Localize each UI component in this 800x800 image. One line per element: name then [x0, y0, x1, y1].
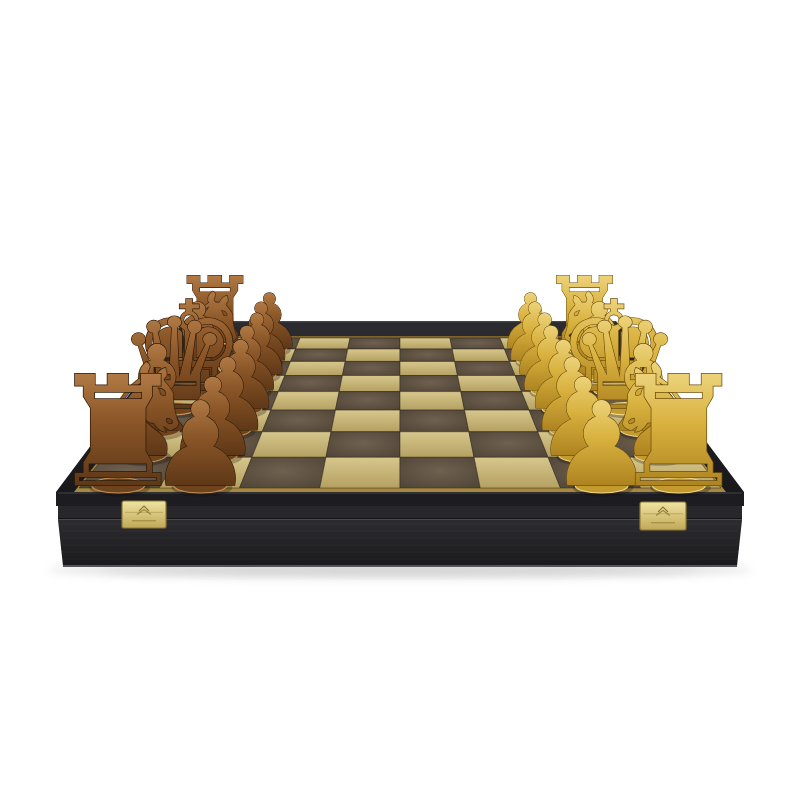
square-a5[interactable] [320, 457, 400, 488]
product-photo: ♜♟♟♜♞♟♟♞♝♟♟♝♚♟♟♚♛♟♟♛♝♟♟♝♞♟♟♞♜♟♟♜ [0, 0, 800, 800]
clasp-plate [122, 501, 166, 528]
square-b4[interactable] [400, 432, 474, 458]
square-d5[interactable] [335, 392, 400, 411]
square-g4[interactable] [400, 349, 455, 361]
square-e5[interactable] [339, 376, 400, 392]
piece-glyph: ♟ [148, 377, 252, 512]
piece-glyph: ♜ [611, 343, 748, 521]
square-b5[interactable] [326, 432, 400, 458]
piece-white-rook-a1[interactable]: ♜ [611, 343, 748, 521]
clasp-plate [640, 502, 686, 530]
square-c4[interactable] [400, 410, 469, 432]
floor-shadow-inner [100, 566, 700, 576]
square-h4[interactable] [400, 338, 452, 349]
square-f4[interactable] [400, 361, 458, 375]
engraved-text-line [651, 522, 675, 523]
brass-clasp-right[interactable] [640, 502, 686, 530]
square-h6[interactable] [296, 338, 350, 349]
brass-clasp-left[interactable] [122, 501, 166, 528]
square-e4[interactable] [400, 376, 461, 392]
square-g5[interactable] [345, 349, 400, 361]
square-d4[interactable] [400, 392, 465, 411]
square-f5[interactable] [342, 361, 400, 375]
square-c5[interactable] [331, 410, 400, 432]
square-a4[interactable] [400, 457, 480, 488]
chess-set-scene: ♜♟♟♜♞♟♟♞♝♟♟♝♚♟♟♚♛♟♟♛♝♟♟♝♞♟♟♞♜♟♟♜ [0, 0, 800, 800]
case-bottom-edge [63, 565, 737, 567]
engraved-text-line [132, 520, 156, 521]
square-h5[interactable] [348, 338, 400, 349]
piece-black-pawn-a7[interactable]: ♟ [148, 377, 252, 512]
